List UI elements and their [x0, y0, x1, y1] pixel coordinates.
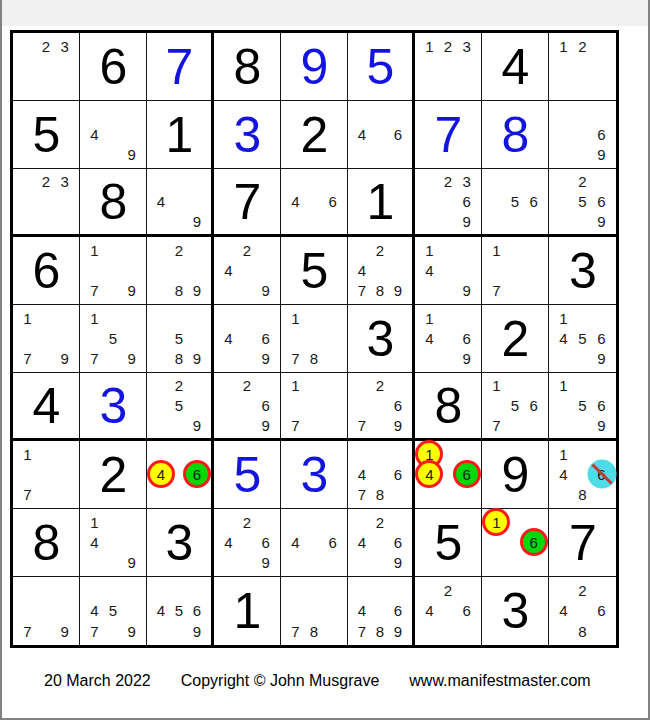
footer-copyright: Copyright © John Musgrave [181, 672, 380, 690]
candidate-9: 9 [55, 621, 74, 642]
candidate-9: 9 [592, 211, 611, 231]
cell-r3c8[interactable]: 56 [482, 169, 549, 237]
candidate-6: 6 [389, 396, 407, 416]
candidate-9: 9 [122, 553, 141, 573]
candidate-grid: 149 [80, 509, 146, 576]
cell-r4c6[interactable]: 24789 [348, 237, 415, 305]
cell-r5c3[interactable]: 589 [147, 305, 214, 373]
candidate-7: 7 [286, 415, 305, 435]
candidate-8: 8 [305, 349, 324, 369]
candidate-1: 1 [85, 512, 104, 532]
candidate-grid: 49 [147, 169, 211, 234]
cell-r8c2[interactable]: 149 [80, 509, 147, 577]
cell-r9c3[interactable]: 4569 [147, 577, 214, 645]
candidate-8: 8 [371, 485, 389, 505]
candidate-5: 5 [170, 601, 188, 622]
candidate-3: 3 [55, 172, 74, 192]
cell-r1c3[interactable]: 7 [147, 33, 214, 101]
cell-r1c8[interactable]: 4 [482, 33, 549, 101]
candidate-9: 9 [122, 621, 141, 642]
candidate-2: 2 [573, 580, 592, 601]
solved-digit: 5 [214, 441, 280, 508]
given-digit: 6 [13, 237, 79, 304]
candidate-6: 6 [389, 601, 407, 622]
candidate-2: 2 [573, 172, 592, 192]
cell-r5c6[interactable]: 3 [348, 305, 415, 373]
cell-r4c7[interactable]: 149 [415, 237, 482, 305]
candidate-4: 4 [152, 192, 170, 212]
candidate-grid: 289 [147, 237, 211, 304]
candidate-grid: 1579 [80, 305, 146, 372]
candidate-1: 1 [487, 240, 506, 260]
candidate-6: 6 [592, 328, 611, 348]
candidate-2: 2 [371, 240, 389, 260]
candidate-grid: 78 [281, 577, 347, 645]
cell-r1c6[interactable]: 5 [348, 33, 415, 101]
cell-r4c4[interactable]: 249 [214, 237, 281, 305]
candidate-1: 1 [554, 308, 573, 328]
candidate-grid: 56 [482, 169, 548, 234]
cell-r8c9[interactable]: 7 [549, 509, 616, 577]
footer-site-url: www.manifestmaster.com [409, 672, 590, 690]
candidate-grid: 24789 [348, 237, 412, 304]
given-digit: 5 [13, 101, 79, 168]
candidate-7: 7 [18, 349, 37, 369]
candidate-1: 1 [286, 376, 305, 396]
candidate-1: 1 [85, 308, 104, 328]
candidate-5: 5 [170, 328, 188, 348]
candidate-4: 4 [554, 601, 573, 622]
candidate-3: 3 [457, 172, 476, 192]
candidate-grid: 46 [147, 441, 211, 508]
given-digit: 7 [214, 169, 280, 234]
cell-r2c3[interactable]: 1 [147, 101, 214, 169]
candidate-6: 6 [389, 532, 407, 552]
candidate-grid: 79 [13, 577, 79, 645]
given-digit: 3 [549, 237, 616, 304]
solved-digit: 9 [281, 33, 347, 100]
candidate-grid: 246 [415, 577, 481, 645]
candidate-7: 7 [286, 621, 305, 642]
candidate-5: 5 [506, 192, 525, 212]
cell-r7c1[interactable]: 17 [13, 441, 80, 509]
cell-r4c3[interactable]: 289 [147, 237, 214, 305]
candidate-1: 1 [554, 376, 573, 396]
cell-r5c1[interactable]: 179 [13, 305, 80, 373]
candidate-4: 4 [353, 260, 371, 280]
cell-r8c8[interactable]: 16 [482, 509, 549, 577]
candidate-7: 7 [18, 621, 37, 642]
candidate-grid: 179 [13, 305, 79, 372]
candidate-8: 8 [170, 349, 188, 369]
cell-r2c6[interactable]: 46 [348, 101, 415, 169]
candidate-9: 9 [256, 281, 275, 301]
candidate-7: 7 [353, 415, 371, 435]
candidate-grid: 179 [80, 237, 146, 304]
candidate-4: 4 [353, 124, 371, 144]
candidate-2: 2 [37, 36, 56, 56]
given-digit: 8 [415, 373, 481, 438]
given-digit: 3 [348, 305, 412, 372]
solved-digit: 3 [80, 373, 146, 438]
candidate-1: 1 [487, 376, 506, 396]
candidate-9: 9 [256, 349, 275, 369]
cell-r8c5[interactable]: 46 [281, 509, 348, 577]
candidate-4: 4 [353, 601, 371, 622]
footer: 20 March 2022 Copyright © John Musgrave … [44, 672, 634, 690]
candidate-6: 6 [592, 396, 611, 416]
candidate-7: 7 [353, 485, 371, 505]
given-digit: 4 [13, 373, 79, 438]
cell-r2c8[interactable]: 8 [482, 101, 549, 169]
candidate-grid: 2569 [549, 169, 616, 234]
given-digit: 7 [549, 509, 616, 576]
cell-r6c7[interactable]: 8 [415, 373, 482, 441]
candidate-grid: 2469 [214, 509, 280, 576]
cell-r7c2[interactable]: 2 [80, 441, 147, 509]
cell-r6c8[interactable]: 1567 [482, 373, 549, 441]
cell-r6c5[interactable]: 17 [281, 373, 348, 441]
candidate-9: 9 [592, 349, 611, 369]
candidate-8: 8 [573, 485, 592, 505]
cell-r7c7[interactable]: 146 [415, 441, 482, 509]
candidate-4-yellow-highlight: 4 [420, 464, 439, 484]
candidate-4: 4 [85, 124, 104, 144]
candidate-7: 7 [353, 281, 371, 301]
candidate-5: 5 [506, 396, 525, 416]
candidate-grid: 46789 [348, 577, 412, 645]
cell-r9c9[interactable]: 2468 [549, 577, 616, 645]
cell-r9c1[interactable]: 79 [13, 577, 80, 645]
candidate-6-green-highlight: 6 [457, 464, 476, 484]
cell-r9c4[interactable]: 1 [214, 577, 281, 645]
cell-r1c5[interactable]: 9 [281, 33, 348, 101]
candidate-grid: 17 [281, 373, 347, 438]
cell-r3c1[interactable]: 23 [13, 169, 80, 237]
solved-digit: 7 [415, 101, 481, 168]
given-digit: 3 [482, 577, 548, 645]
cell-r3c5[interactable]: 46 [281, 169, 348, 237]
candidate-2: 2 [439, 580, 458, 601]
candidate-4: 4 [219, 328, 238, 348]
candidate-grid: 2369 [415, 169, 481, 234]
candidate-9: 9 [188, 349, 206, 369]
candidate-3: 3 [457, 36, 476, 56]
candidate-4: 4 [420, 260, 439, 280]
candidate-4: 4 [85, 601, 104, 622]
candidate-6: 6 [256, 396, 275, 416]
given-digit: 8 [13, 509, 79, 576]
given-digit: 1 [214, 577, 280, 645]
cell-r4c9[interactable]: 3 [549, 237, 616, 305]
candidate-8: 8 [170, 281, 188, 301]
candidate-6: 6 [592, 601, 611, 622]
candidate-9: 9 [457, 349, 476, 369]
solved-digit: 5 [348, 33, 412, 100]
candidate-grid: 2469 [348, 509, 412, 576]
given-digit: 6 [80, 33, 146, 100]
given-digit: 1 [147, 101, 211, 168]
candidate-grid: 123 [415, 33, 481, 100]
cell-r5c5[interactable]: 178 [281, 305, 348, 373]
cell-r2c1[interactable]: 5 [13, 101, 80, 169]
candidate-grid: 269 [214, 373, 280, 438]
candidate-grid: 4678 [348, 441, 412, 508]
candidate-grid: 23 [13, 33, 79, 100]
candidate-6-eliminated: 6 [592, 464, 611, 484]
given-digit: 2 [482, 305, 548, 372]
candidate-grid: 69 [549, 101, 616, 168]
candidate-grid: 249 [214, 237, 280, 304]
candidate-7: 7 [487, 415, 506, 435]
cell-r9c7[interactable]: 246 [415, 577, 482, 645]
cell-r5c2[interactable]: 1579 [80, 305, 147, 373]
candidate-2: 2 [238, 512, 257, 532]
candidate-6: 6 [457, 328, 476, 348]
cell-r1c9[interactable]: 12 [549, 33, 616, 101]
candidate-1: 1 [554, 444, 573, 464]
candidate-6: 6 [256, 328, 275, 348]
candidate-6: 6 [592, 124, 611, 144]
candidate-9: 9 [389, 621, 407, 642]
given-digit: 3 [147, 509, 211, 576]
cell-r7c5[interactable]: 3 [281, 441, 348, 509]
candidate-4: 4 [554, 328, 573, 348]
cell-r9c8[interactable]: 3 [482, 577, 549, 645]
candidate-1: 1 [420, 36, 439, 56]
given-digit: 8 [80, 169, 146, 234]
solved-digit: 3 [281, 441, 347, 508]
candidate-6: 6 [389, 124, 407, 144]
cell-r4c1[interactable]: 6 [13, 237, 80, 305]
given-digit: 1 [348, 169, 412, 234]
candidate-6: 6 [323, 532, 342, 552]
candidate-4: 4 [286, 192, 305, 212]
candidate-grid: 2468 [549, 577, 616, 645]
cell-r3c7[interactable]: 2369 [415, 169, 482, 237]
cell-r7c3[interactable]: 46 [147, 441, 214, 509]
cell-r8c3[interactable]: 3 [147, 509, 214, 577]
candidate-grid: 1468 [549, 441, 616, 508]
candidate-7: 7 [353, 621, 371, 642]
candidate-6: 6 [188, 601, 206, 622]
candidate-5: 5 [170, 396, 188, 416]
candidate-grid: 146 [415, 441, 481, 508]
candidate-8: 8 [305, 621, 324, 642]
candidate-grid: 12 [549, 33, 616, 100]
candidate-9: 9 [122, 281, 141, 301]
candidate-grid: 259 [147, 373, 211, 438]
candidate-2: 2 [371, 376, 389, 396]
candidate-grid: 16 [482, 509, 548, 576]
cell-r8c1[interactable]: 8 [13, 509, 80, 577]
candidate-6: 6 [524, 192, 543, 212]
cell-r6c3[interactable]: 259 [147, 373, 214, 441]
candidate-1: 1 [420, 308, 439, 328]
cell-r1c2[interactable]: 6 [80, 33, 147, 101]
candidate-grid: 2679 [348, 373, 412, 438]
cell-r4c2[interactable]: 179 [80, 237, 147, 305]
given-digit: 2 [80, 441, 146, 508]
candidate-grid: 4569 [147, 577, 211, 645]
candidate-3: 3 [55, 36, 74, 56]
cell-r2c9[interactable]: 69 [549, 101, 616, 169]
solved-digit: 3 [214, 101, 280, 168]
cell-r7c6[interactable]: 4678 [348, 441, 415, 509]
candidate-2: 2 [170, 376, 188, 396]
cell-r9c5[interactable]: 78 [281, 577, 348, 645]
cell-r5c4[interactable]: 469 [214, 305, 281, 373]
given-digit: 9 [482, 441, 548, 508]
candidate-9: 9 [188, 211, 206, 231]
given-digit: 8 [214, 33, 280, 100]
cell-r9c6[interactable]: 46789 [348, 577, 415, 645]
given-digit: 5 [281, 237, 347, 304]
candidate-8: 8 [371, 281, 389, 301]
solved-digit: 7 [147, 33, 211, 100]
candidate-2: 2 [439, 172, 458, 192]
cell-r3c3[interactable]: 49 [147, 169, 214, 237]
candidate-6: 6 [323, 192, 342, 212]
candidate-5: 5 [573, 328, 592, 348]
candidate-1: 1 [18, 444, 37, 464]
candidate-4: 4 [85, 532, 104, 552]
candidate-2: 2 [37, 172, 56, 192]
candidate-4: 4 [554, 464, 573, 484]
cell-r8c7[interactable]: 5 [415, 509, 482, 577]
candidate-grid: 149 [415, 237, 481, 304]
candidate-6-green-highlight: 6 [188, 464, 206, 484]
candidate-9: 9 [122, 145, 141, 165]
candidate-grid: 46 [348, 101, 412, 168]
candidate-grid: 1569 [549, 373, 616, 438]
candidate-grid: 23 [13, 169, 79, 234]
candidate-2: 2 [371, 512, 389, 532]
candidate-9: 9 [188, 621, 206, 642]
candidate-4: 4 [353, 532, 371, 552]
candidate-9: 9 [256, 415, 275, 435]
cell-r9c2[interactable]: 4579 [80, 577, 147, 645]
candidate-5: 5 [104, 601, 123, 622]
candidate-4: 4 [353, 464, 371, 484]
candidate-9: 9 [122, 349, 141, 369]
candidate-5: 5 [104, 328, 123, 348]
cell-r7c9[interactable]: 1468 [549, 441, 616, 509]
candidate-4: 4 [219, 532, 238, 552]
cell-r8c6[interactable]: 2469 [348, 509, 415, 577]
candidate-1: 1 [85, 240, 104, 260]
candidate-4: 4 [286, 532, 305, 552]
candidate-5: 5 [573, 396, 592, 416]
cell-r6c9[interactable]: 1569 [549, 373, 616, 441]
cell-r6c1[interactable]: 4 [13, 373, 80, 441]
candidate-grid: 49 [80, 101, 146, 168]
candidate-2: 2 [573, 36, 592, 56]
candidate-7: 7 [286, 349, 305, 369]
candidate-9: 9 [256, 553, 275, 573]
candidate-6: 6 [389, 464, 407, 484]
candidate-4: 4 [420, 328, 439, 348]
candidate-7: 7 [85, 621, 104, 642]
candidate-8: 8 [573, 621, 592, 642]
cell-r2c7[interactable]: 7 [415, 101, 482, 169]
candidate-9: 9 [389, 553, 407, 573]
candidate-9: 9 [188, 281, 206, 301]
candidate-9: 9 [188, 415, 206, 435]
candidate-grid: 14569 [549, 305, 616, 372]
candidate-1: 1 [420, 240, 439, 260]
candidate-grid: 589 [147, 305, 211, 372]
candidate-9: 9 [55, 349, 74, 369]
candidate-9: 9 [457, 281, 476, 301]
candidate-7: 7 [85, 281, 104, 301]
candidate-1: 1 [554, 36, 573, 56]
cell-r1c7[interactable]: 123 [415, 33, 482, 101]
candidate-grid: 469 [214, 305, 280, 372]
cell-r5c9[interactable]: 14569 [549, 305, 616, 373]
candidate-4: 4 [152, 601, 170, 622]
candidate-9: 9 [389, 281, 407, 301]
cell-r1c1[interactable]: 23 [13, 33, 80, 101]
candidate-grid: 1567 [482, 373, 548, 438]
candidate-6: 6 [524, 396, 543, 416]
cell-r6c2[interactable]: 3 [80, 373, 147, 441]
cell-r3c4[interactable]: 7 [214, 169, 281, 237]
solved-digit: 8 [482, 101, 548, 168]
candidate-6-green-highlight: 6 [524, 532, 543, 552]
cell-r5c7[interactable]: 1469 [415, 305, 482, 373]
candidate-grid: 17 [482, 237, 548, 304]
given-digit: 4 [482, 33, 548, 100]
cell-r6c4[interactable]: 269 [214, 373, 281, 441]
cell-r1c4[interactable]: 8 [214, 33, 281, 101]
cell-r6c6[interactable]: 2679 [348, 373, 415, 441]
candidate-1-yellow-highlight: 1 [487, 512, 506, 532]
candidate-6: 6 [457, 192, 476, 212]
cell-r3c9[interactable]: 2569 [549, 169, 616, 237]
candidate-grid: 46 [281, 509, 347, 576]
cell-r5c8[interactable]: 2 [482, 305, 549, 373]
candidate-4: 4 [420, 601, 439, 622]
candidate-6: 6 [592, 192, 611, 212]
cell-r7c8[interactable]: 9 [482, 441, 549, 509]
cell-r4c5[interactable]: 5 [281, 237, 348, 305]
candidate-grid: 17 [13, 441, 79, 508]
cell-r3c6[interactable]: 1 [348, 169, 415, 237]
candidate-4: 4 [219, 260, 238, 280]
candidate-2: 2 [439, 36, 458, 56]
candidate-grid: 1469 [415, 305, 481, 372]
cell-r2c2[interactable]: 49 [80, 101, 147, 169]
top-strip [2, 0, 648, 26]
cell-r4c8[interactable]: 17 [482, 237, 549, 305]
candidate-8: 8 [371, 621, 389, 642]
cell-r2c5[interactable]: 2 [281, 101, 348, 169]
footer-date: 20 March 2022 [44, 672, 151, 690]
candidate-1: 1 [18, 308, 37, 328]
candidate-grid: 46 [281, 169, 347, 234]
cell-r7c4[interactable]: 5 [214, 441, 281, 509]
cell-r2c4[interactable]: 3 [214, 101, 281, 169]
candidate-9: 9 [592, 145, 611, 165]
candidate-7: 7 [85, 349, 104, 369]
cell-r8c4[interactable]: 2469 [214, 509, 281, 577]
candidate-9: 9 [592, 415, 611, 435]
candidate-2: 2 [238, 240, 257, 260]
candidate-2: 2 [238, 376, 257, 396]
cell-r3c2[interactable]: 8 [80, 169, 147, 237]
candidate-grid: 4579 [80, 577, 146, 645]
